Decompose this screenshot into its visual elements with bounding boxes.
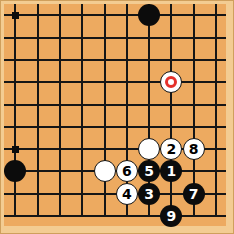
go-board-diagram: 286514379 [0, 0, 234, 234]
grid-hline [4, 104, 226, 106]
white-stone-move-8: 8 [183, 138, 205, 160]
white-stone-move-4: 4 [116, 183, 138, 205]
grid-hline [4, 215, 226, 217]
hoshi-point [12, 146, 19, 153]
grid-hline [4, 59, 226, 61]
white-stone [94, 160, 116, 182]
grid-hline [4, 126, 226, 128]
grid-hline [4, 14, 226, 16]
black-stone-move-3: 3 [138, 183, 160, 205]
circle-marker-icon [165, 76, 177, 88]
grid-hline [4, 37, 226, 39]
black-stone-move-7: 7 [183, 183, 205, 205]
grid-hline [4, 81, 226, 83]
hoshi-point [12, 12, 19, 19]
